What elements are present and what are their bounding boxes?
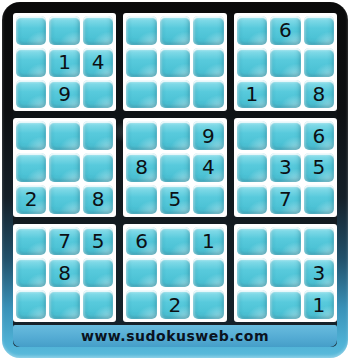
cell-r2c2[interactable]: 1	[49, 48, 79, 77]
cell-r9c1[interactable]	[16, 290, 46, 319]
cell-r6c2[interactable]	[49, 185, 79, 214]
cell-r4c4[interactable]	[126, 121, 156, 150]
cell-r6c8[interactable]: 7	[270, 185, 300, 214]
cell-r3c3[interactable]	[83, 80, 113, 109]
cell-r1c4[interactable]	[126, 16, 156, 45]
cell-r4c8[interactable]	[270, 121, 300, 150]
cell-r8c9[interactable]: 3	[304, 258, 334, 287]
cell-r8c6[interactable]	[193, 258, 223, 287]
cell-r2c7[interactable]	[237, 48, 267, 77]
box-r2c2: 9845	[123, 118, 226, 216]
cell-r5c3[interactable]	[83, 153, 113, 182]
cell-r9c8[interactable]	[270, 290, 300, 319]
cell-r3c4[interactable]	[126, 80, 156, 109]
cell-r8c1[interactable]	[16, 258, 46, 287]
cell-r1c5[interactable]	[160, 16, 190, 45]
cell-r7c9[interactable]	[304, 227, 334, 256]
cell-r6c3[interactable]: 8	[83, 185, 113, 214]
cell-r7c1[interactable]	[16, 227, 46, 256]
cell-r3c2[interactable]: 9	[49, 80, 79, 109]
cell-r3c1[interactable]	[16, 80, 46, 109]
cell-r2c8[interactable]	[270, 48, 300, 77]
cell-r4c9[interactable]: 6	[304, 121, 334, 150]
cell-r3c8[interactable]	[270, 80, 300, 109]
cell-r2c6[interactable]	[193, 48, 223, 77]
box-r1c3: 618	[234, 13, 337, 111]
box-r3c2: 612	[123, 224, 226, 322]
cell-r8c2[interactable]: 8	[49, 258, 79, 287]
cell-r2c5[interactable]	[160, 48, 190, 77]
cell-r1c7[interactable]	[237, 16, 267, 45]
cell-r2c1[interactable]	[16, 48, 46, 77]
cell-r6c4[interactable]	[126, 185, 156, 214]
cell-r6c6[interactable]	[193, 185, 223, 214]
cell-r3c5[interactable]	[160, 80, 190, 109]
cell-r1c9[interactable]	[304, 16, 334, 45]
cell-r7c4[interactable]: 6	[126, 227, 156, 256]
footer-url: www.sudokusweb.com	[13, 325, 337, 347]
cell-r3c6[interactable]	[193, 80, 223, 109]
sudoku-grid: 149 618 28 9845 6357 758 612 31	[13, 13, 337, 322]
cell-r8c5[interactable]	[160, 258, 190, 287]
sudoku-board: 149 618 28 9845 6357 758 612 31 www.sudo…	[2, 2, 348, 358]
cell-r1c8[interactable]: 6	[270, 16, 300, 45]
box-r2c3: 6357	[234, 118, 337, 216]
box-r3c3: 31	[234, 224, 337, 322]
cell-r3c9[interactable]: 8	[304, 80, 334, 109]
cell-r5c5[interactable]	[160, 153, 190, 182]
cell-r5c4[interactable]: 8	[126, 153, 156, 182]
cell-r8c4[interactable]	[126, 258, 156, 287]
cell-r5c1[interactable]	[16, 153, 46, 182]
cell-r4c5[interactable]	[160, 121, 190, 150]
cell-r9c4[interactable]	[126, 290, 156, 319]
cell-r9c7[interactable]	[237, 290, 267, 319]
cell-r6c1[interactable]: 2	[16, 185, 46, 214]
cell-r1c6[interactable]	[193, 16, 223, 45]
cell-r2c4[interactable]	[126, 48, 156, 77]
cell-r4c2[interactable]	[49, 121, 79, 150]
cell-r5c7[interactable]	[237, 153, 267, 182]
cell-r9c9[interactable]: 1	[304, 290, 334, 319]
cell-r5c2[interactable]	[49, 153, 79, 182]
cell-r4c7[interactable]	[237, 121, 267, 150]
cell-r2c3[interactable]: 4	[83, 48, 113, 77]
cell-r1c1[interactable]	[16, 16, 46, 45]
cell-r3c7[interactable]: 1	[237, 80, 267, 109]
cell-r8c3[interactable]	[83, 258, 113, 287]
cell-r8c8[interactable]	[270, 258, 300, 287]
cell-r6c5[interactable]: 5	[160, 185, 190, 214]
cell-r1c2[interactable]	[49, 16, 79, 45]
cell-r6c7[interactable]	[237, 185, 267, 214]
cell-r5c6[interactable]: 4	[193, 153, 223, 182]
cell-r9c2[interactable]	[49, 290, 79, 319]
cell-r7c8[interactable]	[270, 227, 300, 256]
cell-r9c3[interactable]	[83, 290, 113, 319]
cell-r4c1[interactable]	[16, 121, 46, 150]
cell-r1c3[interactable]	[83, 16, 113, 45]
cell-r4c3[interactable]	[83, 121, 113, 150]
cell-r5c9[interactable]: 5	[304, 153, 334, 182]
box-r3c1: 758	[13, 224, 116, 322]
cell-r7c3[interactable]: 5	[83, 227, 113, 256]
cell-r7c2[interactable]: 7	[49, 227, 79, 256]
cell-r9c5[interactable]: 2	[160, 290, 190, 319]
cell-r7c6[interactable]: 1	[193, 227, 223, 256]
cell-r5c8[interactable]: 3	[270, 153, 300, 182]
cell-r9c6[interactable]	[193, 290, 223, 319]
box-r1c2	[123, 13, 226, 111]
box-r1c1: 149	[13, 13, 116, 111]
box-r2c1: 28	[13, 118, 116, 216]
cell-r7c5[interactable]	[160, 227, 190, 256]
cell-r2c9[interactable]	[304, 48, 334, 77]
cell-r8c7[interactable]	[237, 258, 267, 287]
cell-r4c6[interactable]: 9	[193, 121, 223, 150]
cell-r6c9[interactable]	[304, 185, 334, 214]
cell-r7c7[interactable]	[237, 227, 267, 256]
